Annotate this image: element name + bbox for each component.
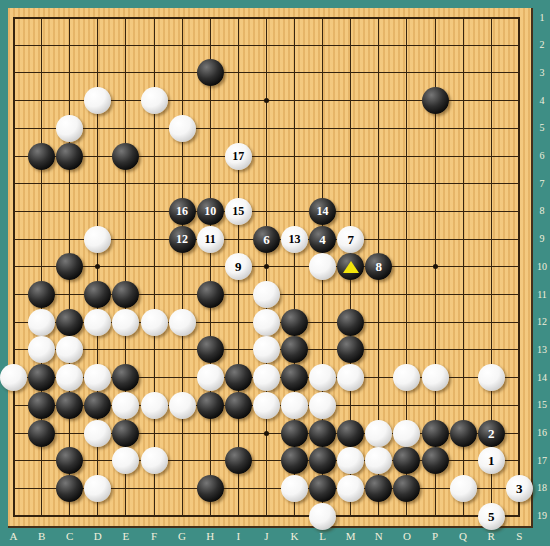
- stone-black: 6: [253, 226, 280, 253]
- stone-white: [169, 392, 196, 419]
- col-label: Q: [453, 530, 473, 542]
- star-point: [433, 264, 438, 269]
- star-point: [95, 264, 100, 269]
- stone-black: 8: [365, 253, 392, 280]
- stone-white: [393, 420, 420, 447]
- stone-black: 4: [309, 226, 336, 253]
- stone-black: [112, 420, 139, 447]
- stone-black: [281, 364, 308, 391]
- move-number-label: 10: [197, 198, 224, 225]
- stone-black: [450, 420, 477, 447]
- stone-black: [337, 420, 364, 447]
- grid-line: [518, 17, 520, 518]
- stone-white: [84, 475, 111, 502]
- stone-white: [56, 364, 83, 391]
- col-label: B: [32, 530, 52, 542]
- stone-black: [309, 475, 336, 502]
- row-label: 18: [534, 482, 550, 494]
- stone-white: [281, 475, 308, 502]
- row-label: 10: [534, 261, 550, 273]
- stone-white: [84, 226, 111, 253]
- row-label: 8: [534, 205, 550, 217]
- stone-white: 3: [506, 475, 533, 502]
- stone-white: [84, 364, 111, 391]
- go-board[interactable]: 1716101514121161347982135: [8, 8, 533, 528]
- col-label: P: [425, 530, 445, 542]
- stone-white: [309, 364, 336, 391]
- stone-white: [281, 392, 308, 419]
- stone-white: [450, 475, 477, 502]
- stone-black: [422, 87, 449, 114]
- goban-frame: 1716101514121161347982135 ABCDEFGHIJKLMN…: [0, 0, 550, 546]
- stone-black: [309, 420, 336, 447]
- move-number-label: 1: [478, 447, 505, 474]
- star-point: [264, 431, 269, 436]
- col-label: I: [228, 530, 248, 542]
- stone-black: [28, 143, 55, 170]
- col-label: F: [144, 530, 164, 542]
- stone-white: [337, 475, 364, 502]
- col-label: H: [200, 530, 220, 542]
- stone-white: 1: [478, 447, 505, 474]
- stone-white: [141, 87, 168, 114]
- stone-white: [253, 309, 280, 336]
- stone-white: [0, 364, 27, 391]
- move-number-label: 3: [506, 475, 533, 502]
- col-label: G: [172, 530, 192, 542]
- row-label: 3: [534, 67, 550, 79]
- stone-white: 5: [478, 503, 505, 530]
- stone-black: 14: [309, 198, 336, 225]
- row-label: 2: [534, 39, 550, 51]
- stone-black: [112, 364, 139, 391]
- col-label: K: [285, 530, 305, 542]
- stone-black: [56, 309, 83, 336]
- row-label: 16: [534, 427, 550, 439]
- stone-white: [28, 336, 55, 363]
- stone-black: [112, 143, 139, 170]
- stone-black: 12: [169, 226, 196, 253]
- stone-black: 10: [197, 198, 224, 225]
- stone-white: [141, 309, 168, 336]
- stone-black: [337, 336, 364, 363]
- stone-black: [56, 475, 83, 502]
- stone-black: [197, 475, 224, 502]
- stone-white: 11: [197, 226, 224, 253]
- stone-black: [393, 475, 420, 502]
- stone-black: [337, 253, 364, 280]
- stone-white: 15: [225, 198, 252, 225]
- col-label: E: [116, 530, 136, 542]
- stone-black: [56, 143, 83, 170]
- stone-black: [112, 281, 139, 308]
- move-number-label: 12: [169, 226, 196, 253]
- stone-black: [197, 336, 224, 363]
- stone-black: [225, 364, 252, 391]
- row-label: 1: [534, 12, 550, 24]
- stone-white: [141, 392, 168, 419]
- stone-black: [197, 59, 224, 86]
- row-label: 13: [534, 344, 550, 356]
- stone-black: [84, 392, 111, 419]
- stone-black: [281, 336, 308, 363]
- col-label: C: [60, 530, 80, 542]
- grid-line: [13, 515, 521, 517]
- stone-white: [84, 420, 111, 447]
- stone-black: [28, 281, 55, 308]
- stone-white: 13: [281, 226, 308, 253]
- stone-white: [112, 447, 139, 474]
- stone-black: 2: [478, 420, 505, 447]
- stone-black: [281, 420, 308, 447]
- triangle-marker: [343, 261, 359, 273]
- move-number-label: 13: [281, 226, 308, 253]
- stone-white: [253, 336, 280, 363]
- stone-white: [337, 364, 364, 391]
- stone-white: [197, 364, 224, 391]
- col-label: A: [4, 530, 24, 542]
- move-number-label: 11: [197, 226, 224, 253]
- stone-black: [393, 447, 420, 474]
- col-label: J: [256, 530, 276, 542]
- stone-white: [365, 447, 392, 474]
- stone-white: [112, 392, 139, 419]
- move-number-label: 16: [169, 198, 196, 225]
- stone-white: [112, 309, 139, 336]
- stone-black: [281, 447, 308, 474]
- stone-white: [28, 309, 55, 336]
- stone-white: [365, 420, 392, 447]
- stone-black: [28, 392, 55, 419]
- move-number-label: 5: [478, 503, 505, 530]
- stone-white: [253, 281, 280, 308]
- move-number-label: 17: [225, 143, 252, 170]
- row-label: 6: [534, 150, 550, 162]
- row-label: 7: [534, 178, 550, 190]
- col-label: D: [88, 530, 108, 542]
- move-number-label: 14: [309, 198, 336, 225]
- stone-white: [422, 364, 449, 391]
- stone-white: 7: [337, 226, 364, 253]
- stone-white: [253, 364, 280, 391]
- col-label: L: [313, 530, 333, 542]
- row-label: 12: [534, 316, 550, 328]
- star-point: [264, 264, 269, 269]
- col-label: O: [397, 530, 417, 542]
- stone-black: [84, 281, 111, 308]
- stone-black: [28, 364, 55, 391]
- stone-white: [309, 503, 336, 530]
- stone-white: [309, 392, 336, 419]
- stone-black: 16: [169, 198, 196, 225]
- stone-black: [197, 281, 224, 308]
- col-label: N: [369, 530, 389, 542]
- stone-white: [84, 87, 111, 114]
- stone-black: [56, 253, 83, 280]
- move-number-label: 6: [253, 226, 280, 253]
- move-number-label: 8: [365, 253, 392, 280]
- stone-white: [337, 447, 364, 474]
- stone-black: [56, 392, 83, 419]
- col-label: M: [341, 530, 361, 542]
- row-label: 9: [534, 233, 550, 245]
- move-number-label: 15: [225, 198, 252, 225]
- stone-black: [28, 420, 55, 447]
- stone-black: [197, 392, 224, 419]
- move-number-label: 9: [225, 253, 252, 280]
- stone-black: [309, 447, 336, 474]
- stone-white: [169, 309, 196, 336]
- row-label: 14: [534, 372, 550, 384]
- move-number-label: 4: [309, 226, 336, 253]
- stone-white: 9: [225, 253, 252, 280]
- col-label: R: [481, 530, 501, 542]
- stone-white: [141, 447, 168, 474]
- row-label: 15: [534, 399, 550, 411]
- stone-white: [84, 309, 111, 336]
- row-label: 17: [534, 455, 550, 467]
- stone-white: [56, 336, 83, 363]
- stone-white: 17: [225, 143, 252, 170]
- move-number-label: 7: [337, 226, 364, 253]
- stone-white: [169, 115, 196, 142]
- row-label: 4: [534, 95, 550, 107]
- stone-white: [253, 392, 280, 419]
- stone-white: [56, 115, 83, 142]
- row-label: 19: [534, 510, 550, 522]
- stone-black: [365, 475, 392, 502]
- col-label: S: [509, 530, 529, 542]
- stone-black: [225, 392, 252, 419]
- stone-white: [309, 253, 336, 280]
- row-label: 11: [534, 289, 550, 301]
- stone-white: [478, 364, 505, 391]
- star-point: [264, 98, 269, 103]
- stone-black: [337, 309, 364, 336]
- stone-white: [393, 364, 420, 391]
- row-label: 5: [534, 122, 550, 134]
- stone-black: [225, 447, 252, 474]
- stone-black: [56, 447, 83, 474]
- move-number-label: 2: [478, 420, 505, 447]
- stone-black: [422, 447, 449, 474]
- stone-black: [281, 309, 308, 336]
- stone-black: [422, 420, 449, 447]
